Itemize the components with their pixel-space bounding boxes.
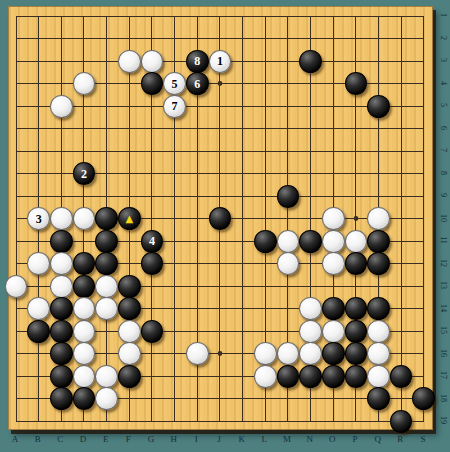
board-intersection[interactable] xyxy=(50,320,73,343)
board-intersection[interactable] xyxy=(118,50,141,73)
board-intersection[interactable] xyxy=(141,387,164,410)
board-intersection[interactable] xyxy=(209,5,232,28)
board-intersection[interactable] xyxy=(231,5,254,28)
board-intersection[interactable] xyxy=(5,320,28,343)
board-intersection[interactable] xyxy=(209,365,232,388)
board-intersection[interactable] xyxy=(345,230,368,253)
board-intersection[interactable] xyxy=(163,320,186,343)
board-intersection[interactable] xyxy=(254,342,277,365)
board-intersection[interactable] xyxy=(73,252,96,275)
board-intersection[interactable] xyxy=(231,95,254,118)
board-intersection[interactable] xyxy=(5,95,28,118)
board-intersection[interactable] xyxy=(95,365,118,388)
board-intersection[interactable] xyxy=(367,207,390,230)
board-intersection[interactable] xyxy=(367,410,390,433)
board-intersection[interactable] xyxy=(186,342,209,365)
board-intersection[interactable] xyxy=(141,365,164,388)
board-intersection[interactable] xyxy=(50,342,73,365)
board-intersection[interactable] xyxy=(277,50,300,73)
board-intersection[interactable] xyxy=(231,162,254,185)
board-intersection[interactable]: 3 xyxy=(27,207,50,230)
board-intersection[interactable] xyxy=(231,410,254,433)
board-intersection[interactable] xyxy=(412,365,435,388)
board-intersection[interactable] xyxy=(254,5,277,28)
board-intersection[interactable] xyxy=(141,297,164,320)
board-intersection[interactable] xyxy=(254,207,277,230)
board-intersection[interactable] xyxy=(299,252,322,275)
board-intersection[interactable] xyxy=(299,320,322,343)
board-intersection[interactable] xyxy=(95,185,118,208)
board-intersection[interactable] xyxy=(390,320,413,343)
board-intersection[interactable] xyxy=(163,297,186,320)
board-intersection[interactable] xyxy=(118,320,141,343)
board-intersection[interactable] xyxy=(345,320,368,343)
board-intersection[interactable] xyxy=(118,297,141,320)
board-intersection[interactable] xyxy=(367,342,390,365)
board-intersection[interactable] xyxy=(186,365,209,388)
board-intersection[interactable] xyxy=(390,5,413,28)
board-intersection[interactable] xyxy=(345,50,368,73)
board-intersection[interactable] xyxy=(118,5,141,28)
board-intersection[interactable] xyxy=(95,50,118,73)
board-intersection[interactable] xyxy=(5,27,28,50)
board-intersection[interactable] xyxy=(277,162,300,185)
board-intersection[interactable] xyxy=(367,297,390,320)
board-intersection[interactable] xyxy=(73,275,96,298)
board-intersection[interactable] xyxy=(95,95,118,118)
board-intersection[interactable] xyxy=(118,140,141,163)
board-intersection[interactable] xyxy=(163,50,186,73)
board-intersection[interactable] xyxy=(299,342,322,365)
board-intersection[interactable] xyxy=(277,387,300,410)
board-intersection[interactable] xyxy=(254,410,277,433)
board-intersection[interactable] xyxy=(254,72,277,95)
board-intersection[interactable] xyxy=(322,162,345,185)
board-intersection[interactable] xyxy=(345,387,368,410)
board-intersection[interactable] xyxy=(254,95,277,118)
board-intersection[interactable] xyxy=(412,207,435,230)
board-intersection[interactable] xyxy=(118,275,141,298)
board-intersection[interactable] xyxy=(277,95,300,118)
board-intersection[interactable] xyxy=(231,387,254,410)
board-intersection[interactable] xyxy=(299,140,322,163)
board-intersection[interactable] xyxy=(95,275,118,298)
board-intersection[interactable] xyxy=(209,140,232,163)
board-intersection[interactable] xyxy=(254,162,277,185)
board-intersection[interactable] xyxy=(299,185,322,208)
board-intersection[interactable] xyxy=(50,117,73,140)
board-intersection[interactable] xyxy=(322,72,345,95)
board-intersection[interactable] xyxy=(27,162,50,185)
board-intersection[interactable] xyxy=(73,410,96,433)
board-intersection[interactable] xyxy=(95,387,118,410)
board-intersection[interactable] xyxy=(277,72,300,95)
board-intersection[interactable] xyxy=(254,140,277,163)
board-intersection[interactable] xyxy=(277,5,300,28)
board-intersection[interactable] xyxy=(345,185,368,208)
board-intersection[interactable] xyxy=(322,50,345,73)
board-intersection[interactable] xyxy=(95,117,118,140)
board-intersection[interactable] xyxy=(5,207,28,230)
board-intersection[interactable] xyxy=(50,275,73,298)
board-intersection[interactable] xyxy=(73,365,96,388)
board-intersection[interactable] xyxy=(118,252,141,275)
board-intersection[interactable] xyxy=(118,95,141,118)
board-intersection[interactable] xyxy=(367,50,390,73)
board-intersection[interactable] xyxy=(231,297,254,320)
board-intersection[interactable] xyxy=(209,207,232,230)
board-intersection[interactable] xyxy=(322,320,345,343)
board-intersection[interactable] xyxy=(231,72,254,95)
board-intersection[interactable] xyxy=(27,387,50,410)
board-intersection[interactable] xyxy=(209,387,232,410)
board-intersection[interactable] xyxy=(277,185,300,208)
board-intersection[interactable] xyxy=(50,162,73,185)
board-intersection[interactable] xyxy=(50,50,73,73)
board-intersection[interactable] xyxy=(277,252,300,275)
board-intersection[interactable] xyxy=(27,50,50,73)
board-intersection[interactable] xyxy=(277,275,300,298)
board-intersection[interactable] xyxy=(50,140,73,163)
board-intersection[interactable] xyxy=(5,230,28,253)
board-intersection[interactable] xyxy=(412,117,435,140)
board-intersection[interactable] xyxy=(367,140,390,163)
board-intersection[interactable] xyxy=(231,140,254,163)
board-intersection[interactable] xyxy=(5,185,28,208)
board-intersection[interactable] xyxy=(27,297,50,320)
board-intersection[interactable] xyxy=(27,117,50,140)
board-intersection[interactable] xyxy=(163,207,186,230)
board-intersection[interactable] xyxy=(390,230,413,253)
board-intersection[interactable] xyxy=(345,117,368,140)
board-intersection[interactable] xyxy=(186,95,209,118)
board-intersection[interactable] xyxy=(95,410,118,433)
board-intersection[interactable] xyxy=(141,72,164,95)
board-intersection[interactable] xyxy=(254,230,277,253)
board-intersection[interactable] xyxy=(231,230,254,253)
board-intersection[interactable] xyxy=(277,410,300,433)
board-intersection[interactable] xyxy=(412,275,435,298)
board-intersection[interactable] xyxy=(299,5,322,28)
board-intersection[interactable] xyxy=(163,230,186,253)
board-intersection[interactable] xyxy=(141,162,164,185)
board-intersection[interactable] xyxy=(322,252,345,275)
board-intersection[interactable] xyxy=(5,50,28,73)
board-intersection[interactable] xyxy=(95,230,118,253)
board-intersection[interactable] xyxy=(367,365,390,388)
board-intersection[interactable] xyxy=(322,140,345,163)
board-intersection[interactable] xyxy=(50,27,73,50)
board-intersection[interactable] xyxy=(95,207,118,230)
board-intersection[interactable] xyxy=(390,27,413,50)
board-intersection[interactable] xyxy=(95,252,118,275)
board-intersection[interactable] xyxy=(209,185,232,208)
board-intersection[interactable] xyxy=(118,342,141,365)
board-intersection[interactable] xyxy=(209,320,232,343)
board-intersection[interactable] xyxy=(390,275,413,298)
board-intersection[interactable] xyxy=(186,410,209,433)
board-intersection[interactable] xyxy=(254,117,277,140)
board-intersection[interactable] xyxy=(141,185,164,208)
board-intersection[interactable] xyxy=(50,72,73,95)
board-intersection[interactable] xyxy=(231,252,254,275)
board-intersection[interactable] xyxy=(163,252,186,275)
board-intersection[interactable] xyxy=(5,72,28,95)
board-intersection[interactable] xyxy=(412,5,435,28)
board-intersection[interactable] xyxy=(299,50,322,73)
board-intersection[interactable] xyxy=(299,95,322,118)
board-intersection[interactable] xyxy=(5,297,28,320)
board-intersection[interactable] xyxy=(73,387,96,410)
board-intersection[interactable] xyxy=(299,72,322,95)
board-intersection[interactable]: 7 xyxy=(163,95,186,118)
board-intersection[interactable] xyxy=(390,162,413,185)
board-intersection[interactable] xyxy=(390,387,413,410)
board-intersection[interactable] xyxy=(5,162,28,185)
board-intersection[interactable] xyxy=(277,342,300,365)
board-intersection[interactable] xyxy=(50,252,73,275)
board-intersection[interactable] xyxy=(390,50,413,73)
board-intersection[interactable] xyxy=(345,140,368,163)
board-intersection[interactable] xyxy=(367,162,390,185)
board-intersection[interactable] xyxy=(322,410,345,433)
board-intersection[interactable] xyxy=(322,27,345,50)
board-intersection[interactable] xyxy=(50,410,73,433)
board-intersection[interactable] xyxy=(390,410,413,433)
board-intersection[interactable] xyxy=(73,297,96,320)
board-intersection[interactable] xyxy=(141,342,164,365)
board-intersection[interactable] xyxy=(345,410,368,433)
board-intersection[interactable] xyxy=(163,5,186,28)
board-intersection[interactable] xyxy=(412,320,435,343)
board-intersection[interactable] xyxy=(27,72,50,95)
board-intersection[interactable] xyxy=(95,320,118,343)
board-intersection[interactable] xyxy=(390,252,413,275)
board-intersection[interactable] xyxy=(141,117,164,140)
board-intersection[interactable] xyxy=(367,275,390,298)
board-intersection[interactable] xyxy=(367,230,390,253)
board-intersection[interactable] xyxy=(73,342,96,365)
board-intersection[interactable] xyxy=(163,27,186,50)
board-intersection[interactable] xyxy=(299,275,322,298)
board-intersection[interactable] xyxy=(322,297,345,320)
board-intersection[interactable] xyxy=(27,320,50,343)
board-intersection[interactable] xyxy=(209,275,232,298)
board-intersection[interactable] xyxy=(50,95,73,118)
board-intersection[interactable] xyxy=(322,365,345,388)
board-intersection[interactable] xyxy=(73,207,96,230)
board-intersection[interactable] xyxy=(209,162,232,185)
board-intersection[interactable] xyxy=(186,297,209,320)
board-intersection[interactable] xyxy=(118,27,141,50)
board-intersection[interactable] xyxy=(299,162,322,185)
board-intersection[interactable] xyxy=(367,185,390,208)
board-intersection[interactable] xyxy=(322,185,345,208)
board-intersection[interactable] xyxy=(27,342,50,365)
board-intersection[interactable] xyxy=(345,72,368,95)
board-intersection[interactable] xyxy=(73,185,96,208)
board-intersection[interactable] xyxy=(50,5,73,28)
board-intersection[interactable] xyxy=(322,230,345,253)
board-intersection[interactable] xyxy=(277,27,300,50)
board-intersection[interactable] xyxy=(231,342,254,365)
board-intersection[interactable] xyxy=(118,230,141,253)
board-intersection[interactable] xyxy=(186,162,209,185)
board-intersection[interactable] xyxy=(141,275,164,298)
board-intersection[interactable] xyxy=(345,207,368,230)
board-intersection[interactable] xyxy=(390,185,413,208)
board-intersection[interactable] xyxy=(209,72,232,95)
board-intersection[interactable] xyxy=(50,230,73,253)
board-intersection[interactable] xyxy=(390,72,413,95)
board-intersection[interactable] xyxy=(299,230,322,253)
board-intersection[interactable] xyxy=(277,230,300,253)
board-intersection[interactable] xyxy=(231,275,254,298)
board-intersection[interactable] xyxy=(345,252,368,275)
board-intersection[interactable] xyxy=(367,252,390,275)
board-intersection[interactable] xyxy=(27,27,50,50)
board-intersection[interactable] xyxy=(5,410,28,433)
board-intersection[interactable] xyxy=(163,185,186,208)
board-intersection[interactable] xyxy=(367,320,390,343)
board-intersection[interactable] xyxy=(412,50,435,73)
board-intersection[interactable] xyxy=(322,95,345,118)
board-intersection[interactable] xyxy=(95,140,118,163)
board-intersection[interactable] xyxy=(412,140,435,163)
board-intersection[interactable]: 5 xyxy=(163,72,186,95)
board-intersection[interactable] xyxy=(367,5,390,28)
board-intersection[interactable] xyxy=(27,410,50,433)
board-intersection[interactable] xyxy=(27,95,50,118)
board-intersection[interactable] xyxy=(50,185,73,208)
board-intersection[interactable] xyxy=(186,252,209,275)
board-intersection[interactable] xyxy=(345,95,368,118)
board-intersection[interactable] xyxy=(27,275,50,298)
board-intersection[interactable] xyxy=(73,72,96,95)
board-intersection[interactable] xyxy=(5,275,28,298)
board-intersection[interactable] xyxy=(390,140,413,163)
board-intersection[interactable] xyxy=(345,365,368,388)
board-intersection[interactable]: 8 xyxy=(186,50,209,73)
board-intersection[interactable] xyxy=(299,365,322,388)
board-intersection[interactable] xyxy=(141,320,164,343)
board-intersection[interactable] xyxy=(5,117,28,140)
board-intersection[interactable] xyxy=(412,27,435,50)
board-intersection[interactable] xyxy=(5,5,28,28)
board-intersection[interactable] xyxy=(50,365,73,388)
board-intersection[interactable] xyxy=(73,50,96,73)
board-intersection[interactable] xyxy=(118,72,141,95)
board-intersection[interactable] xyxy=(141,252,164,275)
board-intersection[interactable] xyxy=(277,297,300,320)
board-intersection[interactable] xyxy=(27,230,50,253)
board-intersection[interactable] xyxy=(412,342,435,365)
board-intersection[interactable] xyxy=(118,117,141,140)
board-intersection[interactable] xyxy=(412,95,435,118)
board-intersection[interactable] xyxy=(209,117,232,140)
board-intersection[interactable] xyxy=(95,342,118,365)
board-intersection[interactable] xyxy=(254,275,277,298)
board-intersection[interactable] xyxy=(186,207,209,230)
board-intersection[interactable] xyxy=(209,297,232,320)
board-intersection[interactable] xyxy=(141,27,164,50)
board-intersection[interactable] xyxy=(118,410,141,433)
board-intersection[interactable] xyxy=(73,27,96,50)
board-intersection[interactable] xyxy=(322,387,345,410)
board-intersection[interactable] xyxy=(277,207,300,230)
board-intersection[interactable] xyxy=(163,410,186,433)
board-intersection[interactable]: 1 xyxy=(209,50,232,73)
board-intersection[interactable] xyxy=(209,95,232,118)
board-intersection[interactable] xyxy=(186,230,209,253)
board-intersection[interactable] xyxy=(345,342,368,365)
board-intersection[interactable] xyxy=(186,320,209,343)
board-intersection[interactable] xyxy=(163,342,186,365)
board-intersection[interactable] xyxy=(27,252,50,275)
board-intersection[interactable] xyxy=(254,387,277,410)
board-intersection[interactable] xyxy=(95,5,118,28)
board-intersection[interactable] xyxy=(50,297,73,320)
board-intersection[interactable] xyxy=(186,275,209,298)
board-intersection[interactable] xyxy=(73,95,96,118)
board-intersection[interactable] xyxy=(277,365,300,388)
board-intersection[interactable] xyxy=(209,27,232,50)
board-intersection[interactable] xyxy=(141,410,164,433)
board-intersection[interactable] xyxy=(163,117,186,140)
board-intersection[interactable] xyxy=(163,140,186,163)
board-intersection[interactable] xyxy=(95,297,118,320)
board-intersection[interactable] xyxy=(118,365,141,388)
board-intersection[interactable] xyxy=(186,140,209,163)
board-intersection[interactable] xyxy=(412,387,435,410)
board-intersection[interactable] xyxy=(254,365,277,388)
board-intersection[interactable] xyxy=(254,50,277,73)
board-intersection[interactable] xyxy=(209,342,232,365)
board-intersection[interactable] xyxy=(27,140,50,163)
board-intersection[interactable] xyxy=(95,27,118,50)
board-intersection[interactable] xyxy=(118,387,141,410)
board-intersection[interactable] xyxy=(73,230,96,253)
board-intersection[interactable] xyxy=(345,27,368,50)
board-intersection[interactable] xyxy=(254,27,277,50)
board-intersection[interactable] xyxy=(277,117,300,140)
board-intersection[interactable] xyxy=(345,5,368,28)
board-intersection[interactable] xyxy=(163,387,186,410)
board-intersection[interactable] xyxy=(412,185,435,208)
board-intersection[interactable] xyxy=(73,320,96,343)
board-intersection[interactable] xyxy=(367,117,390,140)
board-intersection[interactable] xyxy=(390,365,413,388)
board-intersection[interactable] xyxy=(141,5,164,28)
board-intersection[interactable] xyxy=(163,275,186,298)
board-intersection[interactable]: 6 xyxy=(186,72,209,95)
board-intersection[interactable] xyxy=(322,5,345,28)
board-intersection[interactable] xyxy=(141,95,164,118)
board-intersection[interactable] xyxy=(27,185,50,208)
board-intersection[interactable] xyxy=(231,365,254,388)
board-intersection[interactable] xyxy=(390,297,413,320)
board-intersection[interactable] xyxy=(5,342,28,365)
board-intersection[interactable]: ▲ xyxy=(118,207,141,230)
board-intersection[interactable] xyxy=(412,297,435,320)
board-intersection[interactable] xyxy=(299,297,322,320)
board-intersection[interactable] xyxy=(299,117,322,140)
board-intersection[interactable] xyxy=(95,72,118,95)
board-intersection[interactable] xyxy=(277,320,300,343)
board-intersection[interactable] xyxy=(412,410,435,433)
board-intersection[interactable]: 4 xyxy=(141,230,164,253)
board-intersection[interactable] xyxy=(5,252,28,275)
